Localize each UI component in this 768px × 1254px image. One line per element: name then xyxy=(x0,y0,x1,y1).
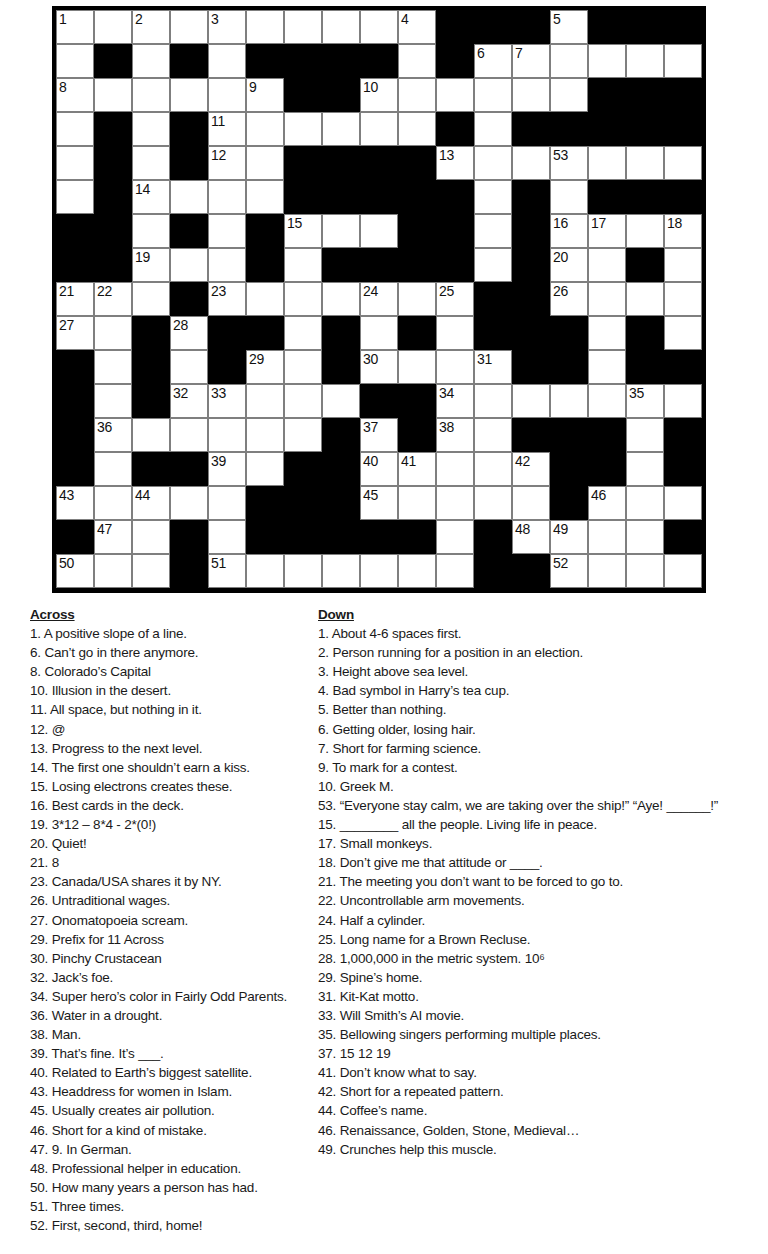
clue-item: 1. A positive slope of a line. xyxy=(30,624,318,643)
white-cell[interactable] xyxy=(94,10,132,44)
white-cell[interactable] xyxy=(550,384,588,418)
white-cell[interactable]: 50 xyxy=(56,554,94,588)
white-cell[interactable]: 18 xyxy=(664,214,702,248)
white-cell[interactable] xyxy=(588,282,626,316)
clue-item: 26. Untraditional wages. xyxy=(30,891,318,910)
block-cell xyxy=(550,486,588,520)
block-cell xyxy=(398,214,436,248)
clue-number: 53 xyxy=(553,147,568,163)
white-cell[interactable] xyxy=(132,78,170,112)
white-cell[interactable] xyxy=(512,384,550,418)
clue-number: 13 xyxy=(439,147,454,163)
white-cell[interactable] xyxy=(512,486,550,520)
white-cell[interactable] xyxy=(246,282,284,316)
clue-number: 2 xyxy=(135,11,143,27)
clue-number: 31 xyxy=(477,351,492,367)
block-cell xyxy=(360,520,398,554)
clue-item: 29. Prefix for 11 Across xyxy=(30,930,318,949)
block-cell xyxy=(170,282,208,316)
clue-item: 35. Bellowing singers performing multipl… xyxy=(318,1025,768,1044)
white-cell[interactable]: 11 xyxy=(208,112,246,146)
white-cell[interactable] xyxy=(474,418,512,452)
white-cell[interactable] xyxy=(208,180,246,214)
block-cell xyxy=(626,248,664,282)
white-cell[interactable] xyxy=(322,214,360,248)
white-cell[interactable] xyxy=(398,282,436,316)
clue-number: 4 xyxy=(401,11,409,27)
block-cell xyxy=(398,520,436,554)
white-cell[interactable]: 27 xyxy=(56,316,94,350)
clue-item: 12. @ xyxy=(30,720,318,739)
white-cell[interactable] xyxy=(322,10,360,44)
clue-item: 37. 15 12 19 xyxy=(318,1044,768,1063)
white-cell[interactable] xyxy=(588,44,626,78)
white-cell[interactable] xyxy=(588,350,626,384)
white-cell[interactable] xyxy=(436,350,474,384)
white-cell[interactable] xyxy=(588,146,626,180)
block-cell xyxy=(284,146,322,180)
clue-item: 24. Half a cylinder. xyxy=(318,911,768,930)
white-cell[interactable] xyxy=(132,112,170,146)
block-cell xyxy=(56,350,94,384)
block-cell xyxy=(664,180,702,214)
white-cell[interactable]: 14 xyxy=(132,180,170,214)
white-cell[interactable] xyxy=(94,78,132,112)
white-cell[interactable] xyxy=(284,418,322,452)
white-cell[interactable] xyxy=(322,384,360,418)
block-cell xyxy=(474,10,512,44)
white-cell[interactable]: 25 xyxy=(436,282,474,316)
clue-number: 10 xyxy=(363,79,378,95)
white-cell[interactable] xyxy=(474,146,512,180)
block-cell xyxy=(588,180,626,214)
block-cell xyxy=(664,78,702,112)
white-cell[interactable] xyxy=(474,248,512,282)
white-cell[interactable] xyxy=(474,112,512,146)
white-cell[interactable] xyxy=(246,112,284,146)
white-cell[interactable] xyxy=(664,146,702,180)
block-cell xyxy=(246,486,284,520)
block-cell xyxy=(56,452,94,486)
white-cell[interactable]: 40 xyxy=(360,452,398,486)
white-cell[interactable] xyxy=(512,78,550,112)
white-cell[interactable] xyxy=(436,78,474,112)
clue-item: 15. ________ all the people. Living life… xyxy=(318,815,768,834)
white-cell[interactable] xyxy=(132,282,170,316)
white-cell[interactable]: 47 xyxy=(94,520,132,554)
white-cell[interactable]: 28 xyxy=(170,316,208,350)
block-cell xyxy=(436,10,474,44)
block-cell xyxy=(170,520,208,554)
white-cell[interactable] xyxy=(474,452,512,486)
clue-item: 14. The first one shouldn’t earn a kiss. xyxy=(30,758,318,777)
clue-item: 13. Progress to the next level. xyxy=(30,739,318,758)
white-cell[interactable]: 29 xyxy=(246,350,284,384)
white-cell[interactable] xyxy=(360,316,398,350)
clue-number: 16 xyxy=(553,215,568,231)
white-cell[interactable] xyxy=(208,248,246,282)
white-cell[interactable] xyxy=(56,112,94,146)
white-cell[interactable] xyxy=(474,214,512,248)
white-cell[interactable] xyxy=(626,282,664,316)
white-cell[interactable] xyxy=(246,418,284,452)
clue-item: 19. 3*12 – 8*4 - 2*(0!) xyxy=(30,815,318,834)
white-cell[interactable]: 4 xyxy=(398,10,436,44)
clue-item: 48. Professional helper in education. xyxy=(30,1159,318,1178)
clue-number: 37 xyxy=(363,419,378,435)
clue-item: 25. Long name for a Brown Recluse. xyxy=(318,930,768,949)
white-cell[interactable] xyxy=(284,350,322,384)
white-cell[interactable]: 17 xyxy=(588,214,626,248)
clue-number: 26 xyxy=(553,283,568,299)
white-cell[interactable]: 48 xyxy=(512,520,550,554)
white-cell[interactable] xyxy=(360,214,398,248)
white-cell[interactable] xyxy=(626,44,664,78)
white-cell[interactable] xyxy=(588,316,626,350)
white-cell[interactable] xyxy=(398,112,436,146)
white-cell[interactable]: 24 xyxy=(360,282,398,316)
block-cell xyxy=(626,10,664,44)
white-cell[interactable] xyxy=(322,554,360,588)
white-cell[interactable] xyxy=(664,316,702,350)
clue-item: 46. Short for a kind of mistake. xyxy=(30,1121,318,1140)
clue-item: 4. Bad symbol in Harry’s tea cup. xyxy=(318,681,768,700)
white-cell[interactable]: 7 xyxy=(512,44,550,78)
clue-item: 9. To mark for a contest. xyxy=(318,758,768,777)
clue-number: 44 xyxy=(135,487,150,503)
block-cell xyxy=(664,112,702,146)
white-cell[interactable]: 46 xyxy=(588,486,626,520)
white-cell[interactable]: 30 xyxy=(360,350,398,384)
white-cell[interactable] xyxy=(246,180,284,214)
clue-item: 27. Onomatopoeia scream. xyxy=(30,911,318,930)
white-cell[interactable] xyxy=(322,112,360,146)
clue-item: 45. Usually creates air pollution. xyxy=(30,1101,318,1120)
white-cell[interactable] xyxy=(94,486,132,520)
white-cell[interactable] xyxy=(664,384,702,418)
white-cell[interactable] xyxy=(208,486,246,520)
block-cell xyxy=(170,146,208,180)
clue-number: 39 xyxy=(211,453,226,469)
block-cell xyxy=(398,248,436,282)
white-cell[interactable] xyxy=(436,316,474,350)
clue-number: 42 xyxy=(515,453,530,469)
white-cell[interactable]: 21 xyxy=(56,282,94,316)
clue-lists: Across 1. A positive slope of a line.6. … xyxy=(30,605,768,1235)
white-cell[interactable]: 33 xyxy=(208,384,246,418)
block-cell xyxy=(436,44,474,78)
white-cell[interactable] xyxy=(588,554,626,588)
clue-item: 7. Short for farming science. xyxy=(318,739,768,758)
white-cell[interactable]: 10 xyxy=(360,78,398,112)
white-cell[interactable] xyxy=(360,10,398,44)
white-cell[interactable] xyxy=(436,520,474,554)
white-cell[interactable] xyxy=(664,554,702,588)
white-cell[interactable] xyxy=(94,350,132,384)
white-cell[interactable] xyxy=(284,248,322,282)
block-cell xyxy=(398,180,436,214)
white-cell[interactable] xyxy=(322,282,360,316)
white-cell[interactable]: 34 xyxy=(436,384,474,418)
clue-number: 30 xyxy=(363,351,378,367)
white-cell[interactable]: 1 xyxy=(56,10,94,44)
clue-number: 48 xyxy=(515,521,530,537)
white-cell[interactable] xyxy=(246,554,284,588)
block-cell xyxy=(284,180,322,214)
down-list: 1. About 4-6 spaces first.2. Person runn… xyxy=(318,624,768,1159)
clue-number: 11 xyxy=(211,113,225,129)
block-cell xyxy=(322,180,360,214)
white-cell[interactable] xyxy=(246,10,284,44)
white-cell[interactable] xyxy=(474,78,512,112)
white-cell[interactable] xyxy=(170,350,208,384)
white-cell[interactable] xyxy=(436,554,474,588)
white-cell[interactable] xyxy=(398,78,436,112)
block-cell xyxy=(550,452,588,486)
white-cell[interactable] xyxy=(170,78,208,112)
block-cell xyxy=(512,248,550,282)
white-cell[interactable] xyxy=(664,44,702,78)
block-cell xyxy=(246,520,284,554)
white-cell[interactable] xyxy=(132,214,170,248)
white-cell[interactable] xyxy=(398,486,436,520)
white-cell[interactable] xyxy=(56,146,94,180)
white-cell[interactable]: 51 xyxy=(208,554,246,588)
white-cell[interactable] xyxy=(170,180,208,214)
white-cell[interactable] xyxy=(208,44,246,78)
white-cell[interactable] xyxy=(398,554,436,588)
white-cell[interactable] xyxy=(94,316,132,350)
white-cell[interactable] xyxy=(626,452,664,486)
white-cell[interactable]: 42 xyxy=(512,452,550,486)
white-cell[interactable]: 37 xyxy=(360,418,398,452)
white-cell[interactable]: 6 xyxy=(474,44,512,78)
block-cell xyxy=(94,112,132,146)
white-cell[interactable] xyxy=(436,486,474,520)
across-clues-section: Across 1. A positive slope of a line.6. … xyxy=(30,605,318,1235)
block-cell xyxy=(56,248,94,282)
white-cell[interactable] xyxy=(56,180,94,214)
clue-item: 6. Can’t go in there anymore. xyxy=(30,643,318,662)
white-cell[interactable] xyxy=(170,10,208,44)
clue-number: 47 xyxy=(97,521,112,537)
white-cell[interactable] xyxy=(664,486,702,520)
white-cell[interactable]: 20 xyxy=(550,248,588,282)
white-cell[interactable] xyxy=(474,384,512,418)
white-cell[interactable] xyxy=(360,554,398,588)
block-cell xyxy=(512,350,550,384)
white-cell[interactable]: 22 xyxy=(94,282,132,316)
block-cell xyxy=(322,418,360,452)
clue-item: 16. Best cards in the deck. xyxy=(30,796,318,815)
block-cell xyxy=(360,44,398,78)
white-cell[interactable] xyxy=(284,384,322,418)
white-cell[interactable]: 53 xyxy=(550,146,588,180)
white-cell[interactable]: 49 xyxy=(550,520,588,554)
clue-item: 34. Super hero’s color in Fairly Odd Par… xyxy=(30,987,318,1006)
white-cell[interactable] xyxy=(398,350,436,384)
block-cell xyxy=(360,180,398,214)
white-cell[interactable] xyxy=(132,554,170,588)
clue-item: 2. Person running for a position in an e… xyxy=(318,643,768,662)
white-cell[interactable] xyxy=(550,78,588,112)
white-cell[interactable] xyxy=(170,418,208,452)
clue-item: 49. Crunches help this muscle. xyxy=(318,1140,768,1159)
white-cell[interactable] xyxy=(170,248,208,282)
white-cell[interactable]: 45 xyxy=(360,486,398,520)
clue-item: 36. Water in a drought. xyxy=(30,1006,318,1025)
white-cell[interactable] xyxy=(132,520,170,554)
block-cell xyxy=(246,316,284,350)
clue-item: 30. Pinchy Crustacean xyxy=(30,949,318,968)
across-header: Across xyxy=(30,605,318,624)
clue-number: 40 xyxy=(363,453,378,469)
block-cell xyxy=(626,112,664,146)
white-cell[interactable] xyxy=(550,180,588,214)
block-cell xyxy=(360,146,398,180)
block-cell xyxy=(626,350,664,384)
white-cell[interactable]: 2 xyxy=(132,10,170,44)
block-cell xyxy=(626,180,664,214)
white-cell[interactable] xyxy=(626,554,664,588)
white-cell[interactable]: 26 xyxy=(550,282,588,316)
block-cell xyxy=(474,282,512,316)
white-cell[interactable]: 36 xyxy=(94,418,132,452)
white-cell[interactable] xyxy=(284,316,322,350)
white-cell[interactable] xyxy=(398,44,436,78)
clue-item: 23. Canada/USA shares it by NY. xyxy=(30,872,318,891)
white-cell[interactable] xyxy=(626,146,664,180)
white-cell[interactable] xyxy=(588,248,626,282)
white-cell[interactable] xyxy=(550,44,588,78)
white-cell[interactable] xyxy=(208,78,246,112)
clue-number: 28 xyxy=(173,317,188,333)
block-cell xyxy=(132,384,170,418)
clue-number: 6 xyxy=(477,45,485,61)
block-cell xyxy=(588,10,626,44)
down-clues-section: Down 1. About 4-6 spaces first.2. Person… xyxy=(318,605,768,1159)
block-cell xyxy=(512,418,550,452)
white-cell[interactable] xyxy=(626,214,664,248)
block-cell xyxy=(170,112,208,146)
white-cell[interactable]: 8 xyxy=(56,78,94,112)
block-cell xyxy=(550,418,588,452)
block-cell xyxy=(588,418,626,452)
white-cell[interactable]: 15 xyxy=(284,214,322,248)
white-cell[interactable] xyxy=(664,248,702,282)
white-cell[interactable] xyxy=(246,146,284,180)
white-cell[interactable]: 9 xyxy=(246,78,284,112)
white-cell[interactable] xyxy=(436,452,474,486)
white-cell[interactable] xyxy=(588,384,626,418)
white-cell[interactable]: 32 xyxy=(170,384,208,418)
white-cell[interactable]: 39 xyxy=(208,452,246,486)
block-cell xyxy=(132,316,170,350)
clue-item: 15. Losing electrons creates these. xyxy=(30,777,318,796)
clue-number: 38 xyxy=(439,419,454,435)
white-cell[interactable]: 23 xyxy=(208,282,246,316)
clue-number: 51 xyxy=(211,555,226,571)
white-cell[interactable]: 38 xyxy=(436,418,474,452)
block-cell xyxy=(626,78,664,112)
white-cell[interactable] xyxy=(94,452,132,486)
clue-number: 25 xyxy=(439,283,454,299)
white-cell[interactable] xyxy=(170,486,208,520)
white-cell[interactable]: 16 xyxy=(550,214,588,248)
white-cell[interactable]: 41 xyxy=(398,452,436,486)
clue-number: 52 xyxy=(553,555,568,571)
white-cell[interactable]: 5 xyxy=(550,10,588,44)
block-cell xyxy=(94,146,132,180)
clue-item: 3. Height above sea level. xyxy=(318,662,768,681)
white-cell[interactable] xyxy=(284,554,322,588)
clue-item: 5. Better than nothing. xyxy=(318,700,768,719)
white-cell[interactable] xyxy=(626,418,664,452)
white-cell[interactable]: 44 xyxy=(132,486,170,520)
white-cell[interactable] xyxy=(246,452,284,486)
block-cell xyxy=(436,180,474,214)
block-cell xyxy=(436,112,474,146)
white-cell[interactable] xyxy=(284,112,322,146)
white-cell[interactable] xyxy=(664,282,702,316)
clue-item: 8. Colorado’s Capital xyxy=(30,662,318,681)
white-cell[interactable] xyxy=(284,10,322,44)
white-cell[interactable] xyxy=(512,146,550,180)
white-cell[interactable] xyxy=(284,282,322,316)
clue-item: 11. All space, but nothing in it. xyxy=(30,700,318,719)
block-cell xyxy=(56,214,94,248)
block-cell xyxy=(664,418,702,452)
white-cell[interactable] xyxy=(626,520,664,554)
block-cell xyxy=(208,316,246,350)
block-cell xyxy=(588,78,626,112)
white-cell[interactable] xyxy=(246,384,284,418)
block-cell xyxy=(512,180,550,214)
white-cell[interactable] xyxy=(132,418,170,452)
white-cell[interactable]: 43 xyxy=(56,486,94,520)
white-cell[interactable]: 52 xyxy=(550,554,588,588)
white-cell[interactable]: 35 xyxy=(626,384,664,418)
clue-number: 35 xyxy=(629,385,644,401)
white-cell[interactable]: 31 xyxy=(474,350,512,384)
white-cell[interactable]: 13 xyxy=(436,146,474,180)
white-cell[interactable]: 12 xyxy=(208,146,246,180)
clue-number: 17 xyxy=(591,215,606,231)
white-cell[interactable] xyxy=(208,418,246,452)
clue-number: 50 xyxy=(59,555,74,571)
clue-number: 43 xyxy=(59,487,74,503)
white-cell[interactable] xyxy=(474,180,512,214)
white-cell[interactable]: 19 xyxy=(132,248,170,282)
white-cell[interactable] xyxy=(132,146,170,180)
block-cell xyxy=(94,180,132,214)
white-cell[interactable] xyxy=(94,384,132,418)
white-cell[interactable] xyxy=(94,554,132,588)
clue-number: 23 xyxy=(211,283,226,299)
white-cell[interactable] xyxy=(208,214,246,248)
white-cell[interactable] xyxy=(588,520,626,554)
block-cell xyxy=(322,78,360,112)
white-cell[interactable] xyxy=(208,520,246,554)
white-cell[interactable] xyxy=(626,486,664,520)
white-cell[interactable]: 3 xyxy=(208,10,246,44)
clue-number: 5 xyxy=(553,11,561,27)
white-cell[interactable] xyxy=(474,486,512,520)
white-cell[interactable] xyxy=(132,44,170,78)
clue-number: 24 xyxy=(363,283,378,299)
white-cell[interactable] xyxy=(56,44,94,78)
white-cell[interactable] xyxy=(360,112,398,146)
